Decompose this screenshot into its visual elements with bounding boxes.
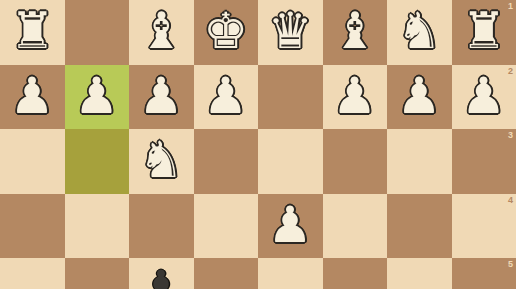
square-h3[interactable]	[0, 129, 65, 194]
square-c2[interactable]: ♟	[323, 65, 388, 130]
chess-board: ♜♝♚♛♝♞♜1♟♟♟♟♟♟♟2♞3♟4♟5	[0, 0, 516, 289]
square-b3[interactable]	[387, 129, 452, 194]
square-a3[interactable]: 3	[452, 129, 516, 194]
square-d5[interactable]	[258, 258, 323, 289]
square-g2[interactable]: ♟	[65, 65, 130, 130]
square-g3[interactable]	[65, 129, 130, 194]
rank-label-1: 1	[508, 1, 513, 11]
square-a4[interactable]: 4	[452, 194, 516, 259]
rank-label-3: 3	[508, 130, 513, 140]
square-f5[interactable]: ♟	[129, 258, 194, 289]
square-b2[interactable]: ♟	[387, 65, 452, 130]
rank-label-4: 4	[508, 195, 513, 205]
white-king-e1: ♚	[203, 6, 248, 56]
square-e4[interactable]	[194, 194, 259, 259]
square-d3[interactable]	[258, 129, 323, 194]
square-h1[interactable]: ♜	[0, 0, 65, 65]
white-rook-h1: ♜	[10, 6, 55, 56]
white-pawn-h2: ♟	[10, 71, 55, 121]
square-e5[interactable]	[194, 258, 259, 289]
square-f2[interactable]: ♟	[129, 65, 194, 130]
square-f4[interactable]	[129, 194, 194, 259]
black-pawn-f5: ♟	[139, 264, 184, 289]
white-pawn-a2: ♟	[461, 71, 506, 121]
square-a2[interactable]: ♟2	[452, 65, 516, 130]
square-f3[interactable]: ♞	[129, 129, 194, 194]
white-bishop-f1: ♝	[139, 6, 184, 56]
white-pawn-f2: ♟	[139, 71, 184, 121]
square-b1[interactable]: ♞	[387, 0, 452, 65]
square-g5[interactable]	[65, 258, 130, 289]
square-c5[interactable]	[323, 258, 388, 289]
square-c3[interactable]	[323, 129, 388, 194]
white-pawn-d4: ♟	[268, 200, 313, 250]
white-queen-d1: ♛	[268, 6, 313, 56]
square-h5[interactable]	[0, 258, 65, 289]
white-pawn-b2: ♟	[397, 71, 442, 121]
white-pawn-c2: ♟	[332, 71, 377, 121]
chess-app-viewport: ♜♝♚♛♝♞♜1♟♟♟♟♟♟♟2♞3♟4♟5	[0, 0, 516, 289]
square-e3[interactable]	[194, 129, 259, 194]
square-d2[interactable]	[258, 65, 323, 130]
square-b5[interactable]	[387, 258, 452, 289]
square-b4[interactable]	[387, 194, 452, 259]
square-c4[interactable]	[323, 194, 388, 259]
rank-label-5: 5	[508, 259, 513, 269]
square-g4[interactable]	[65, 194, 130, 259]
square-c1[interactable]: ♝	[323, 0, 388, 65]
square-a1[interactable]: ♜1	[452, 0, 516, 65]
white-pawn-e2: ♟	[203, 71, 248, 121]
white-knight-f3: ♞	[139, 135, 184, 185]
square-h4[interactable]	[0, 194, 65, 259]
white-rook-a1: ♜	[461, 6, 506, 56]
square-e1[interactable]: ♚	[194, 0, 259, 65]
square-a5[interactable]: 5	[452, 258, 516, 289]
white-bishop-c1: ♝	[332, 6, 377, 56]
rank-label-2: 2	[508, 66, 513, 76]
square-d4[interactable]: ♟	[258, 194, 323, 259]
white-knight-b1: ♞	[397, 6, 442, 56]
square-h2[interactable]: ♟	[0, 65, 65, 130]
square-e2[interactable]: ♟	[194, 65, 259, 130]
square-d1[interactable]: ♛	[258, 0, 323, 65]
square-f1[interactable]: ♝	[129, 0, 194, 65]
square-g1[interactable]	[65, 0, 130, 65]
white-pawn-g2: ♟	[74, 71, 119, 121]
